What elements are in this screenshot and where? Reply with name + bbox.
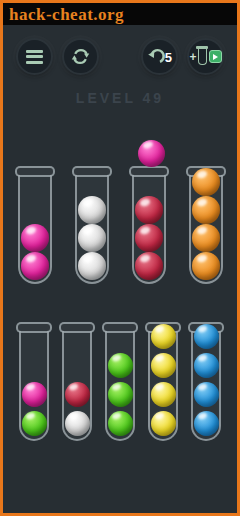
tube-2[interactable] — [72, 166, 112, 284]
ball-red — [135, 196, 163, 224]
ball-green — [108, 411, 133, 436]
level-label: LEVEL 49 — [6, 90, 234, 106]
ball-orange — [192, 252, 220, 280]
tube-balls — [186, 166, 226, 284]
tube-4[interactable] — [186, 166, 226, 284]
ball-blue — [194, 411, 219, 436]
tube-balls — [145, 322, 181, 441]
ball-orange — [192, 224, 220, 252]
add-tube-button[interactable]: + — [187, 38, 224, 75]
tube-balls — [15, 166, 55, 284]
ball-yellow — [151, 411, 176, 436]
tube-balls — [129, 166, 169, 284]
restart-button[interactable] — [62, 38, 99, 75]
ball-orange — [192, 196, 220, 224]
tube-row-bottom — [6, 322, 234, 441]
tube-balls — [16, 322, 52, 441]
ball-green — [108, 353, 133, 378]
ad-play-badge-icon — [209, 50, 222, 63]
ball-yellow — [151, 382, 176, 407]
ball-white — [78, 196, 106, 224]
menu-button[interactable] — [16, 38, 53, 75]
restart-icon — [70, 46, 91, 67]
held-ball-pink[interactable] — [138, 140, 165, 167]
ball-red — [135, 252, 163, 280]
game-area: 5 + LEVEL 49 — [6, 28, 234, 510]
watermark-site-label: hack-cheat.org — [9, 6, 124, 23]
undo-count: 5 — [165, 50, 172, 65]
tube-balls — [102, 322, 138, 441]
ball-blue — [194, 324, 219, 349]
tube-5[interactable] — [16, 322, 52, 441]
tube-3[interactable] — [129, 166, 169, 284]
tube-1[interactable] — [15, 166, 55, 284]
ball-green — [22, 411, 47, 436]
ball-white — [78, 252, 106, 280]
tube-row-top — [6, 166, 234, 284]
ball-pink — [22, 382, 47, 407]
app-root: { "titlebar": { "text": "hack-cheat.org"… — [0, 0, 240, 516]
watermark-titlebar: hack-cheat.org — [3, 3, 237, 25]
tube-balls — [59, 322, 95, 441]
ball-red — [65, 382, 90, 407]
ball-white — [65, 411, 90, 436]
tube-icon — [198, 49, 207, 65]
tube-8[interactable] — [145, 322, 181, 441]
ball-orange — [192, 168, 220, 196]
ball-pink — [21, 224, 49, 252]
tube-balls — [72, 166, 112, 284]
ball-blue — [194, 353, 219, 378]
tube-7[interactable] — [102, 322, 138, 441]
tube-balls — [188, 322, 224, 441]
ball-white — [78, 224, 106, 252]
ball-yellow — [151, 353, 176, 378]
ball-blue — [194, 382, 219, 407]
ball-green — [108, 382, 133, 407]
ball-pink — [21, 252, 49, 280]
ball-red — [135, 224, 163, 252]
ball-yellow — [151, 324, 176, 349]
plus-icon: + — [189, 50, 196, 64]
tube-9[interactable] — [188, 322, 224, 441]
tube-6[interactable] — [59, 322, 95, 441]
undo-button[interactable]: 5 — [141, 38, 178, 75]
